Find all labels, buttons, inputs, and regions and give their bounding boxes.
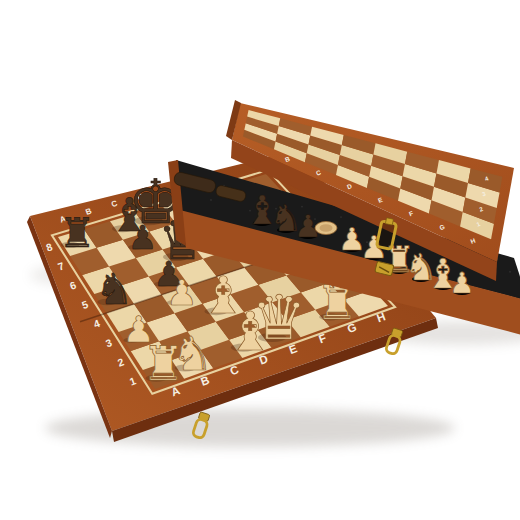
piece-white-queen-e1[interactable]: ♛ (252, 282, 307, 353)
chess-set-photo: ABCDEFGH12345678ABCD♜♝♚♟♛♟♞♟♟♝♜♞♝♛♜♝♞♟♟♟… (0, 0, 520, 520)
tray-piece-white-pawn: ♟ (449, 266, 475, 300)
piece-black-knight-a5[interactable]: ♞ (95, 264, 133, 314)
piece-black-pawn-c7[interactable]: ♟ (128, 218, 158, 257)
piece-white-pawn-c4[interactable]: ♟ (166, 272, 198, 313)
piece-black-rook-a8[interactable]: ♜ (59, 209, 96, 257)
scene-svg: ABCDEFGH12345678ABCD♜♝♚♟♛♟♞♟♟♝♜♞♝♛♜♝♞♟♟♟… (0, 0, 520, 520)
piece-white-knight-b1[interactable]: ♞ (171, 327, 213, 381)
